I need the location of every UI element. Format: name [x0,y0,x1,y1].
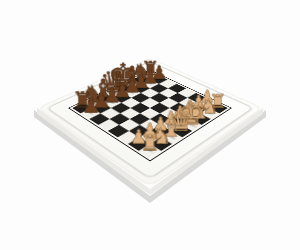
board-perspective-wrapper: ♜♟♟♜♞♟♟♞♝♟♟♝♚♟♟♚♛♟♟♛♝♟♟♝♞♟♟♞♜♟♟♜ [70,28,230,188]
chess-board: ♜♟♟♜♞♟♟♞♝♟♟♝♚♟♟♚♛♟♟♛♝♟♟♝♞♟♟♞♜♟♟♜ [37,58,263,188]
pieces-layer: ♜♟♟♜♞♟♟♞♝♟♟♝♚♟♟♚♛♟♟♛♝♟♟♝♞♟♟♞♜♟♟♜ [37,58,263,188]
piece-light-rook: ♜ [127,132,173,151]
product-photo: ♜♟♟♜♞♟♟♞♝♟♟♝♚♟♟♚♛♟♟♛♝♟♟♝♞♟♟♞♜♟♟♜ [0,0,300,250]
piece-dark-pawn: ♟ [70,95,111,113]
